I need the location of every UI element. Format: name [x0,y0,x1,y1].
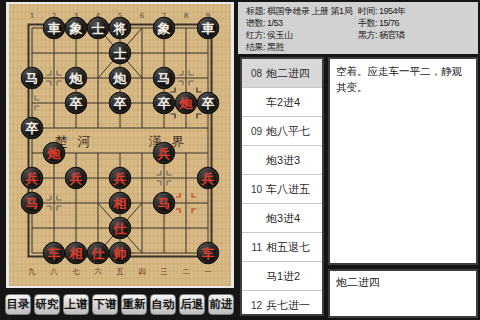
svg-text:八: 八 [50,267,58,276]
piece-black-卒[interactable]: 卒 [197,92,219,114]
move-row[interactable]: 炮3进3 [242,146,322,175]
info-row: 结果: 黑胜 [238,41,478,53]
svg-text:相: 相 [113,196,127,211]
svg-text:兵: 兵 [157,146,171,161]
move-row[interactable]: 10车八进五 [242,175,322,204]
piece-red-马[interactable]: 马 [153,192,175,214]
svg-text:兵: 兵 [25,171,39,186]
piece-black-卒[interactable]: 卒 [109,92,131,114]
svg-text:卒: 卒 [70,96,83,111]
piece-red-车[interactable]: 车 [43,242,65,264]
next-game-button[interactable]: 下谱 [92,294,118,315]
xiangqi-app: 123456789九八七六五四三二一楚 河漢 界車象士将象車士马炮炮马卒卒卒炮卒… [0,0,480,320]
svg-text:車: 車 [201,21,216,36]
move-row[interactable]: 12兵七进一 [242,291,322,316]
toolbar: 目录研究上谱下谱重新自动后退前进 [0,290,238,320]
piece-red-车[interactable]: 车 [197,242,219,264]
svg-text:七: 七 [72,267,80,276]
piece-red-仕[interactable]: 仕 [109,217,131,239]
svg-text:马: 马 [26,196,39,211]
svg-text:車: 車 [47,21,62,36]
move-list[interactable]: 08炮二进四车2进409炮八平七炮3进310车八进五炮3进411相五退七马1进2… [240,57,324,316]
svg-text:仕: 仕 [91,246,105,261]
piece-black-马[interactable]: 马 [21,67,43,89]
comment-panel: 空着。应走车一平二，静观其变。 [328,57,478,265]
current-move-panel: 炮二进四 [328,269,478,318]
piece-black-卒[interactable]: 卒 [21,117,43,139]
auto-play-button[interactable]: 自动 [150,294,176,315]
piece-red-兵[interactable]: 兵 [197,167,219,189]
current-move-text: 炮二进四 [336,276,380,288]
study-button[interactable]: 研究 [34,294,60,315]
svg-text:炮: 炮 [113,71,128,86]
forward-button[interactable]: 前进 [208,294,234,315]
comment-text: 空着。应走车一平二，静观其变。 [336,65,462,93]
piece-red-兵[interactable]: 兵 [21,167,43,189]
svg-text:车: 车 [201,246,215,261]
piece-red-兵[interactable]: 兵 [109,167,131,189]
move-row[interactable]: 09炮八平七 [242,117,322,146]
piece-red-帅[interactable]: 帅 [109,242,131,264]
game-info-panel: 标题: 棋国争雄录 上册 第1局时间: 1954年谱数: 1/53手数: 15/… [238,2,478,54]
prev-game-button[interactable]: 上谱 [63,294,89,315]
svg-text:卒: 卒 [202,96,215,111]
svg-text:二: 二 [182,267,190,276]
back-button[interactable]: 后退 [179,294,205,315]
piece-black-車[interactable]: 車 [197,17,219,39]
piece-red-炮[interactable]: 炮 [175,92,197,114]
svg-text:炮: 炮 [179,96,194,111]
piece-black-将[interactable]: 将 [109,17,131,39]
svg-text:马: 马 [26,71,39,86]
piece-black-炮[interactable]: 炮 [65,67,87,89]
svg-text:兵: 兵 [69,171,83,186]
svg-text:士: 士 [92,21,105,36]
svg-text:将: 将 [113,21,127,36]
svg-text:六: 六 [94,267,102,276]
piece-red-相[interactable]: 相 [65,242,87,264]
info-row: 谱数: 1/53手数: 15/76 [238,17,478,29]
move-row[interactable]: 11相五退七 [242,233,322,262]
svg-text:6: 6 [140,12,145,20]
piece-black-車[interactable]: 車 [43,17,65,39]
svg-text:卒: 卒 [26,121,39,136]
piece-black-炮[interactable]: 炮 [109,67,131,89]
piece-red-马[interactable]: 马 [21,192,43,214]
svg-text:车: 车 [47,246,61,261]
svg-text:兵: 兵 [201,171,215,186]
piece-black-卒[interactable]: 卒 [153,92,175,114]
svg-text:兵: 兵 [113,171,127,186]
piece-black-象[interactable]: 象 [153,17,175,39]
piece-black-士[interactable]: 士 [109,42,131,64]
restart-button[interactable]: 重新 [121,294,147,315]
svg-text:马: 马 [158,196,171,211]
svg-text:象: 象 [69,21,83,36]
svg-text:士: 士 [114,46,127,61]
piece-red-仕[interactable]: 仕 [87,242,109,264]
piece-red-兵[interactable]: 兵 [65,167,87,189]
piece-red-相[interactable]: 相 [109,192,131,214]
piece-red-兵[interactable]: 兵 [153,142,175,164]
svg-text:帅: 帅 [113,246,127,261]
xiangqi-board[interactable]: 123456789九八七六五四三二一楚 河漢 界車象士将象車士马炮炮马卒卒卒炮卒… [9,4,231,286]
piece-red-炮[interactable]: 炮 [43,142,65,164]
svg-text:仕: 仕 [113,221,127,236]
svg-text:三: 三 [160,267,168,276]
svg-text:炮: 炮 [69,71,84,86]
board-grid: 123456789九八七六五四三二一楚 河漢 界車象士将象車士马炮炮马卒卒卒炮卒… [6,2,234,288]
move-row[interactable]: 炮3进4 [242,204,322,233]
svg-text:四: 四 [138,267,146,276]
svg-text:卒: 卒 [158,96,171,111]
move-row[interactable]: 车2进4 [242,88,322,117]
piece-black-卒[interactable]: 卒 [65,92,87,114]
move-row[interactable]: 马1进2 [242,262,322,291]
info-row: 红方: 侯玉山黑方: 杨官璘 [238,29,478,41]
catalog-button[interactable]: 目录 [5,294,31,315]
move-row-selected[interactable]: 08炮二进四 [242,59,322,88]
board-panel: 123456789九八七六五四三二一楚 河漢 界車象士将象車士马炮炮马卒卒卒炮卒… [6,2,234,288]
svg-text:马: 马 [158,71,171,86]
svg-text:卒: 卒 [114,96,127,111]
svg-text:8: 8 [184,12,188,20]
svg-text:炮: 炮 [47,146,62,161]
svg-text:九: 九 [28,267,36,276]
svg-text:五: 五 [116,267,124,276]
piece-black-马[interactable]: 马 [153,67,175,89]
piece-black-象[interactable]: 象 [65,17,87,39]
piece-black-士[interactable]: 士 [87,17,109,39]
svg-text:相: 相 [69,246,83,261]
info-row: 标题: 棋国争雄录 上册 第1局时间: 1954年 [238,5,478,17]
svg-text:一: 一 [204,267,212,276]
svg-text:象: 象 [157,21,171,36]
svg-text:1: 1 [30,12,34,20]
